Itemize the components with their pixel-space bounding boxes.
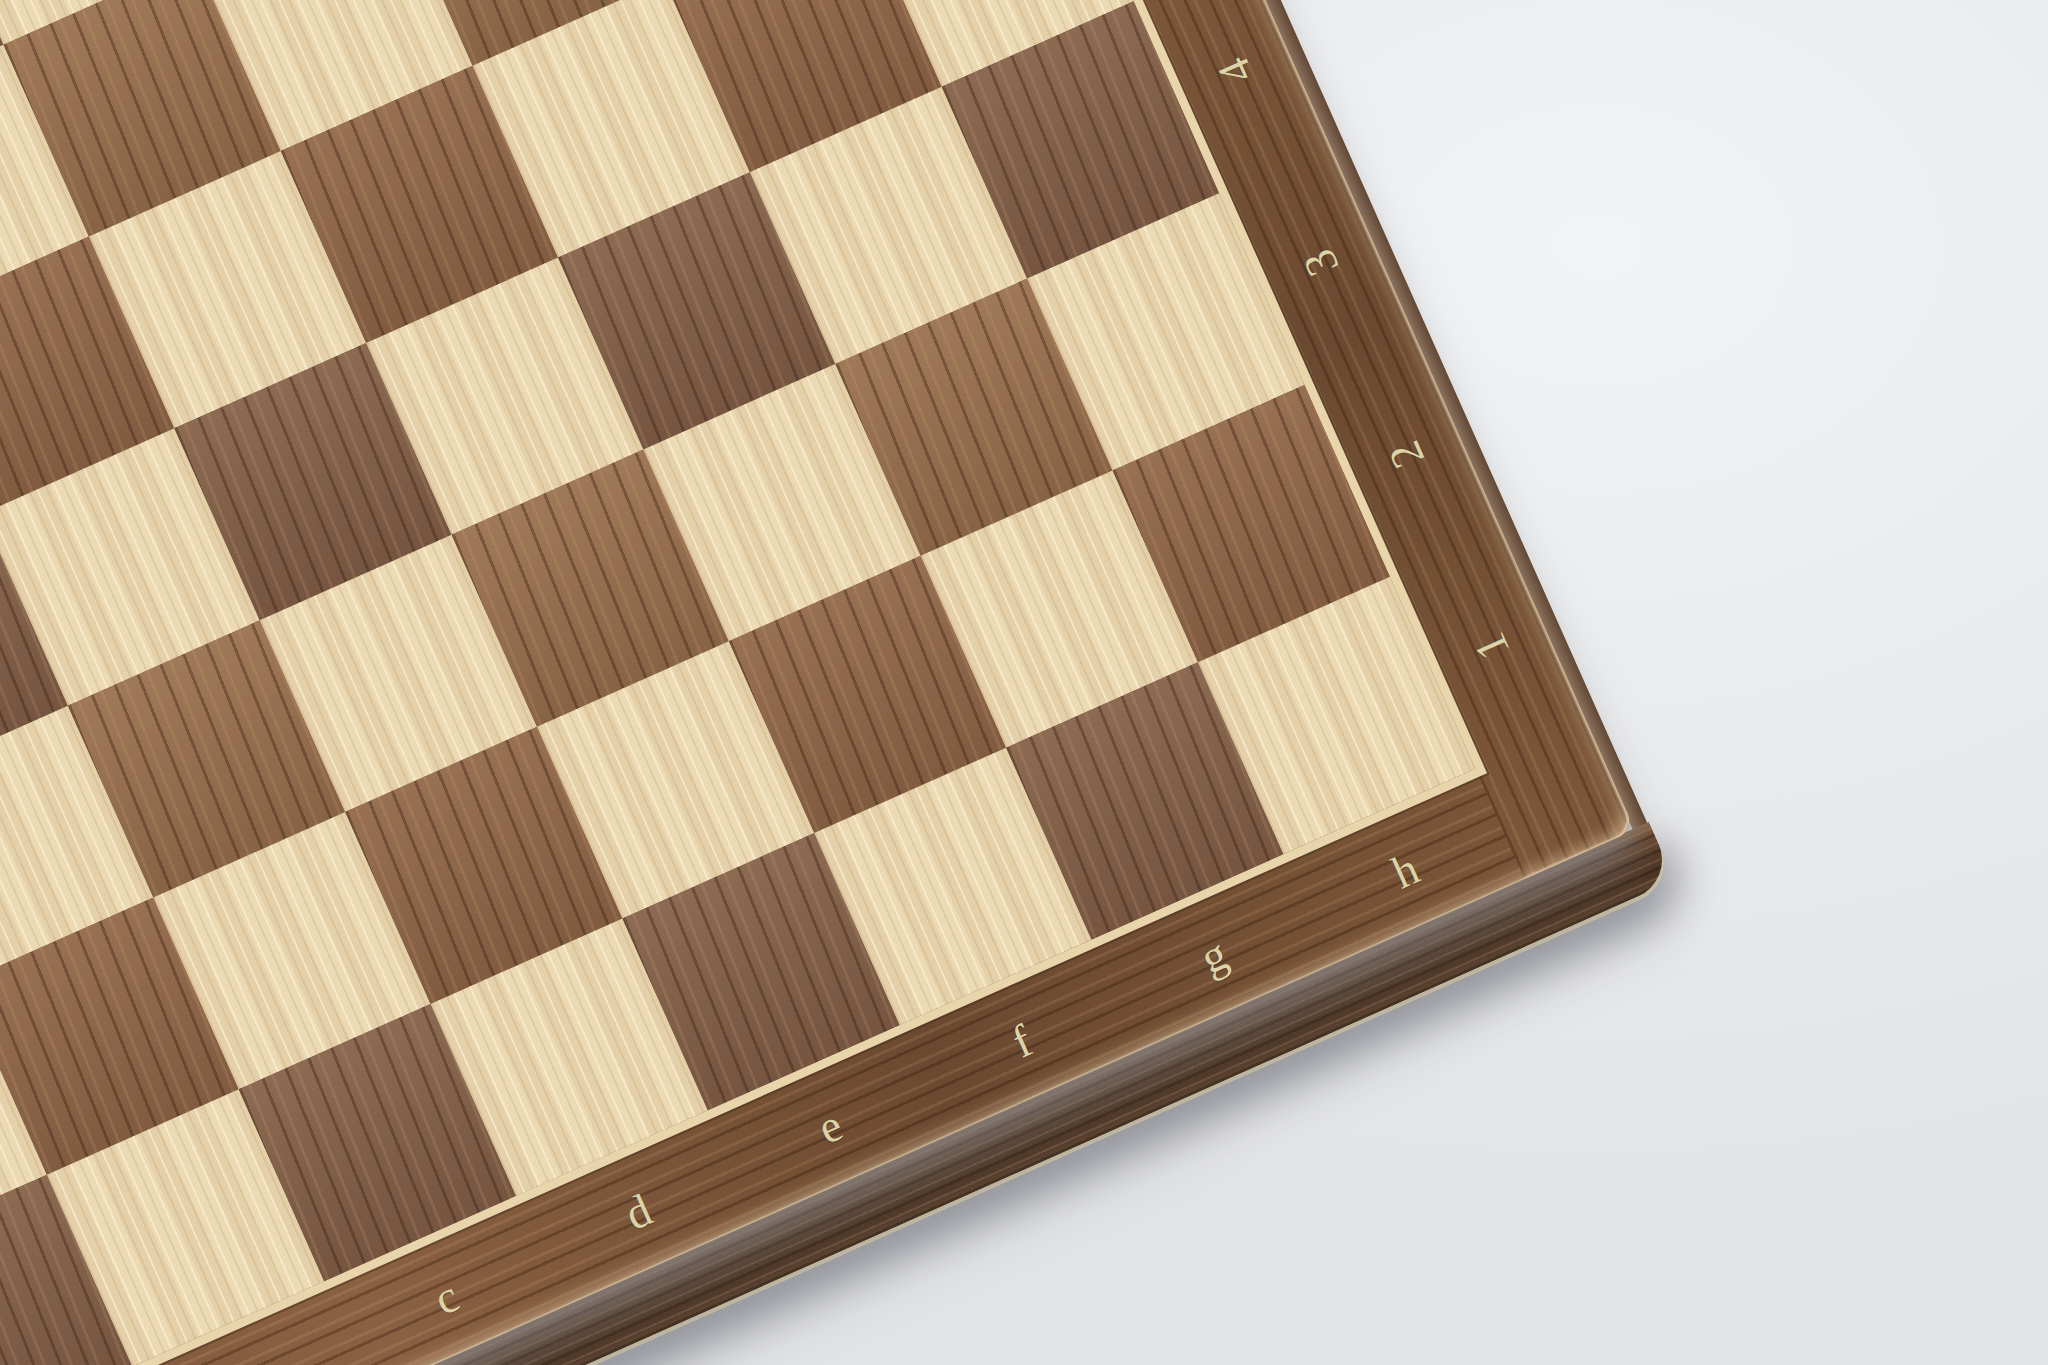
chessboard: abcdefgh 12345678 — [0, 0, 1635, 1365]
photo-background: abcdefgh 12345678 — [0, 0, 2048, 1365]
